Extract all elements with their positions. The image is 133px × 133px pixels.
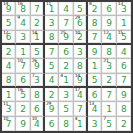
cell-r1c9[interactable]: 313 <box>117 2 131 16</box>
cage-sum: 29 <box>46 102 51 107</box>
cell-r9c2[interactable]: 9 <box>16 117 30 131</box>
cell-r7c9[interactable]: 9 <box>117 88 131 102</box>
solution-digit: 3 <box>49 19 55 28</box>
cell-r6c8[interactable]: 2 <box>102 74 116 88</box>
cage-sum: 14 <box>3 2 8 7</box>
solution-digit: 7 <box>34 5 40 14</box>
cell-r5c8[interactable]: 321 <box>102 59 116 73</box>
cell-r9c1[interactable]: 710 <box>2 117 16 131</box>
cell-r7c6[interactable]: 417 <box>74 88 88 102</box>
cell-r4c5[interactable]: 6 <box>59 45 73 59</box>
solution-digit: 3 <box>34 76 40 85</box>
cage-sum: 10 <box>32 117 37 122</box>
cell-r7c4[interactable]: 2 <box>45 88 59 102</box>
cell-r2c2[interactable]: 49 <box>16 16 30 30</box>
solution-digit: 8 <box>6 76 12 85</box>
cell-r8c5[interactable]: 5 <box>59 102 73 116</box>
cell-r5c7[interactable]: 1 <box>88 59 102 73</box>
cell-r8c7[interactable]: 413 <box>88 102 102 116</box>
cell-r7c1[interactable]: 1 <box>2 88 16 102</box>
killer-sudoku-board: 9148167111452863135492376298916123114892… <box>0 0 133 133</box>
cell-r5c4[interactable]: 5 <box>45 59 59 73</box>
cage-sum: 10 <box>17 59 22 64</box>
solution-digit: 6 <box>121 62 127 71</box>
cell-r7c2[interactable]: 516 <box>16 88 30 102</box>
cell-r4c7[interactable]: 9 <box>88 45 102 59</box>
solution-digit: 8 <box>92 19 98 28</box>
cell-r2c3[interactable]: 2 <box>31 16 45 30</box>
cell-r5c2[interactable]: 710 <box>16 59 30 73</box>
cell-r6c7[interactable]: 5 <box>88 74 102 88</box>
cage-sum: 11 <box>3 102 8 107</box>
cell-r9c8[interactable]: 57 <box>102 117 116 131</box>
cell-r9c6[interactable]: 14 <box>74 117 88 131</box>
cell-r3c5[interactable]: 925 <box>59 31 73 45</box>
cell-r7c5[interactable]: 3 <box>59 88 73 102</box>
cell-r4c9[interactable]: 4 <box>117 45 131 59</box>
solution-digit: 5 <box>77 5 83 14</box>
cell-r3c1[interactable]: 612 <box>2 31 16 45</box>
cell-r8c2[interactable]: 2 <box>16 102 30 116</box>
cage-sum: 11 <box>46 2 51 7</box>
cell-r6c3[interactable]: 37 <box>31 74 45 88</box>
cage-sum: 17 <box>75 88 80 93</box>
cage-sum: 29 <box>75 16 80 21</box>
cell-r3c9[interactable]: 515 <box>117 31 131 45</box>
cage-sum: 21 <box>103 59 108 64</box>
cell-r1c2[interactable]: 816 <box>16 2 30 16</box>
cell-r4c4[interactable]: 7 <box>45 45 59 59</box>
solution-digit: 8 <box>63 120 69 129</box>
cage-sum: 15 <box>118 31 123 36</box>
cage-sum: 10 <box>3 117 8 122</box>
solution-digit: 7 <box>92 33 98 42</box>
cage-sum: 14 <box>75 74 80 79</box>
solution-digit: 1 <box>106 105 112 114</box>
solution-digit: 4 <box>34 120 40 129</box>
solution-digit: 8 <box>49 33 55 42</box>
cage-sum: 25 <box>60 31 65 36</box>
solution-digit: 6 <box>106 5 112 14</box>
solution-digit: 3 <box>20 33 26 42</box>
cell-r9c7[interactable]: 3 <box>88 117 102 131</box>
solution-digit: 3 <box>63 91 69 100</box>
solution-digit: 1 <box>92 62 98 71</box>
solution-digit: 8 <box>106 48 112 57</box>
cell-r3c3[interactable]: 114 <box>31 31 45 45</box>
solution-digit: 2 <box>63 62 69 71</box>
cell-r5c6[interactable]: 8 <box>74 59 88 73</box>
cell-r3c6[interactable]: 210 <box>74 31 88 45</box>
cage-sum: 12 <box>3 31 8 36</box>
solution-digit: 5 <box>106 120 112 129</box>
cell-r5c3[interactable]: 926 <box>31 59 45 73</box>
solution-digit: 2 <box>6 48 12 57</box>
cell-r5c9[interactable]: 6 <box>117 59 131 73</box>
cell-r6c6[interactable]: 914 <box>74 74 88 88</box>
cell-r2c8[interactable]: 9 <box>102 16 116 30</box>
cage-sum: 14 <box>32 31 37 36</box>
cell-r8c1[interactable]: 311 <box>2 102 16 116</box>
cell-r8c3[interactable]: 6 <box>31 102 45 116</box>
solution-digit: 1 <box>121 19 127 28</box>
solution-digit: 1 <box>20 48 26 57</box>
cell-r6c5[interactable]: 14 <box>59 74 73 88</box>
solution-digit: 7 <box>6 120 12 129</box>
solution-digit: 6 <box>49 120 55 129</box>
solution-digit: 5 <box>49 62 55 71</box>
cell-r8c8[interactable]: 1 <box>102 102 116 116</box>
cage-sum: 4 <box>75 117 78 122</box>
solution-digit: 1 <box>63 76 69 85</box>
cage-sum: 16 <box>17 2 22 7</box>
cell-r9c5[interactable]: 8 <box>59 117 73 131</box>
cell-r1c7[interactable]: 28 <box>88 2 102 16</box>
cell-r4c3[interactable]: 5 <box>31 45 45 59</box>
cell-r7c8[interactable]: 7 <box>102 88 116 102</box>
solution-digit: 4 <box>121 48 127 57</box>
solution-digit: 5 <box>6 19 12 28</box>
solution-digit: 2 <box>20 105 26 114</box>
cell-r4c2[interactable]: 1 <box>16 45 30 59</box>
solution-digit: 6 <box>63 48 69 57</box>
solution-digit: 5 <box>92 76 98 85</box>
solution-digit: 4 <box>20 19 26 28</box>
cell-r2c5[interactable]: 7 <box>59 16 73 30</box>
cell-r1c1[interactable]: 914 <box>2 2 16 16</box>
cell-r3c7[interactable]: 7 <box>88 31 102 45</box>
cell-r1c5[interactable]: 4 <box>59 2 73 16</box>
cage-sum: 7 <box>103 117 106 122</box>
cell-r6c4[interactable]: 4 <box>45 74 59 88</box>
cell-r7c7[interactable]: 6 <box>88 88 102 102</box>
cell-r8c4[interactable]: 929 <box>45 102 59 116</box>
cell-r1c3[interactable]: 7 <box>31 2 45 16</box>
cell-r6c1[interactable]: 8 <box>2 74 16 88</box>
cell-r4c8[interactable]: 8 <box>102 45 116 59</box>
cage-sum: 12 <box>103 31 108 36</box>
solution-digit: 7 <box>121 76 127 85</box>
solution-digit: 5 <box>63 105 69 114</box>
solution-digit: 2 <box>92 5 98 14</box>
solution-digit: 2 <box>49 91 55 100</box>
solution-digit: 4 <box>49 76 55 85</box>
cell-r1c6[interactable]: 5 <box>74 2 88 16</box>
solution-digit: 6 <box>92 91 98 100</box>
solution-digit: 2 <box>121 120 127 129</box>
solution-digit: 6 <box>20 76 26 85</box>
cell-r1c4[interactable]: 111 <box>45 2 59 16</box>
cell-r6c9[interactable]: 7 <box>117 74 131 88</box>
cell-r6c2[interactable]: 6 <box>16 74 30 88</box>
cell-r2c6[interactable]: 629 <box>74 16 88 30</box>
solution-digit: 2 <box>34 19 40 28</box>
solution-digit: 9 <box>106 19 112 28</box>
solution-digit: 9 <box>121 91 127 100</box>
cell-r2c1[interactable]: 5 <box>2 16 16 30</box>
cell-r4c6[interactable]: 3 <box>74 45 88 59</box>
cell-r3c2[interactable]: 3 <box>16 31 30 45</box>
cell-r5c5[interactable]: 2 <box>59 59 73 73</box>
solution-digit: 8 <box>121 105 127 114</box>
solution-digit: 3 <box>77 48 83 57</box>
cell-r9c4[interactable]: 6 <box>45 117 59 131</box>
solution-digit: 7 <box>63 19 69 28</box>
cage-sum: 13 <box>89 102 94 107</box>
solution-digit: 7 <box>77 105 83 114</box>
solution-digit: 3 <box>92 120 98 129</box>
cell-r5c1[interactable]: 4 <box>2 59 16 73</box>
cell-r1c8[interactable]: 6 <box>102 2 116 16</box>
cell-r8c6[interactable]: 7 <box>74 102 88 116</box>
cell-r3c4[interactable]: 8 <box>45 31 59 45</box>
cage-sum: 13 <box>118 2 123 7</box>
cage-sum: 16 <box>17 88 22 93</box>
cage-sum: 26 <box>32 59 37 64</box>
solution-digit: 6 <box>34 105 40 114</box>
solution-digit: 1 <box>77 120 83 129</box>
solution-digit: 9 <box>92 48 98 57</box>
solution-digit: 2 <box>106 76 112 85</box>
solution-digit: 8 <box>77 62 83 71</box>
solution-digit: 7 <box>106 91 112 100</box>
cell-r2c7[interactable]: 8 <box>88 16 102 30</box>
solution-digit: 4 <box>6 62 12 71</box>
cage-sum: 8 <box>89 2 92 7</box>
cage-sum: 4 <box>60 74 63 79</box>
cage-sum: 10 <box>75 31 80 36</box>
cell-r2c9[interactable]: 1 <box>117 16 131 30</box>
solution-digit: 7 <box>49 48 55 57</box>
cage-sum: 9 <box>17 16 20 21</box>
cell-r2c4[interactable]: 3 <box>45 16 59 30</box>
cell-r4c1[interactable]: 2 <box>2 45 16 59</box>
cell-r9c9[interactable]: 2 <box>117 117 131 131</box>
solution-digit: 4 <box>63 5 69 14</box>
solution-digit: 8 <box>34 91 40 100</box>
cell-r8c9[interactable]: 8 <box>117 102 131 116</box>
cage-sum: 7 <box>32 74 35 79</box>
cell-r3c8[interactable]: 412 <box>102 31 116 45</box>
solution-digit: 1 <box>6 91 12 100</box>
cell-r9c3[interactable]: 410 <box>31 117 45 131</box>
cell-r7c3[interactable]: 8 <box>31 88 45 102</box>
solution-digit: 9 <box>20 120 26 129</box>
solution-digit: 5 <box>34 48 40 57</box>
